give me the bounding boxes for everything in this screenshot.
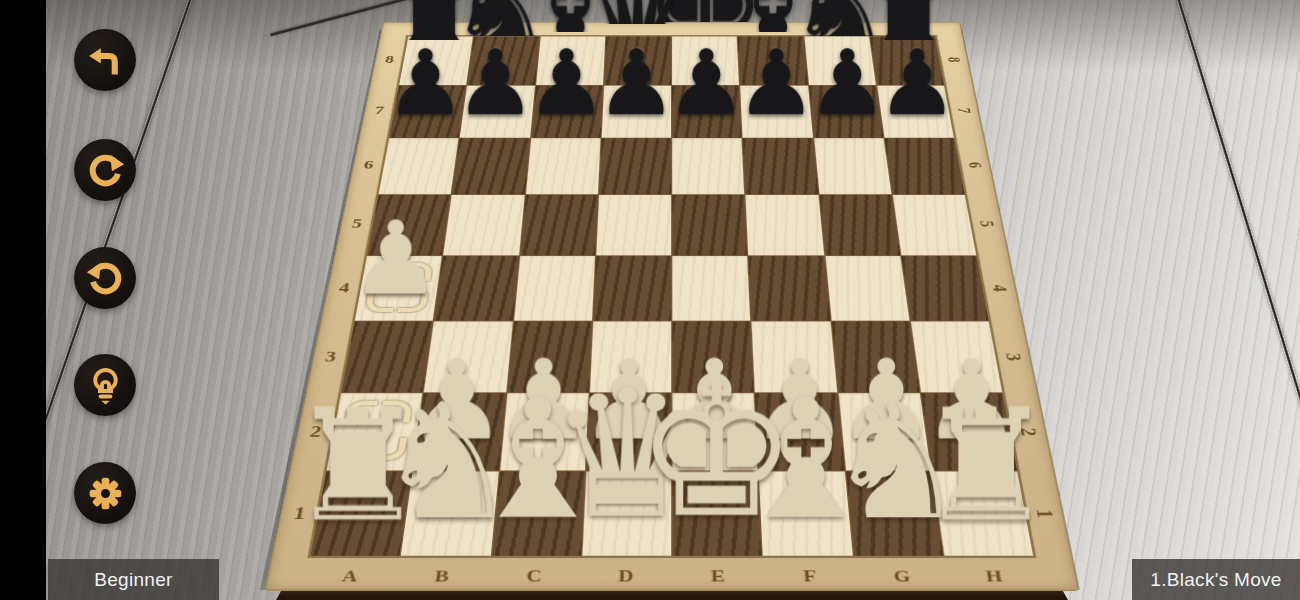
file-label: A [303, 567, 397, 586]
square-a1[interactable]: ♜ [311, 472, 412, 556]
square-b7[interactable]: ♟ [460, 86, 535, 138]
black-pawn[interactable]: ♟ [736, 41, 817, 127]
square-e7[interactable]: ♟ [672, 86, 742, 138]
settings-button[interactable] [74, 462, 136, 524]
square-g5[interactable] [819, 195, 900, 255]
square-b4[interactable] [434, 256, 518, 321]
rank-label-left: 6 [358, 158, 378, 172]
square-e1[interactable]: ♚ [672, 472, 761, 556]
black-pawn[interactable]: ♟ [877, 41, 958, 127]
rotate-clockwise-icon [85, 150, 126, 191]
rotate-counterclockwise-icon [85, 258, 126, 299]
white-king[interactable]: ♚ [635, 366, 798, 538]
square-a6[interactable] [379, 138, 459, 194]
square-d4[interactable] [593, 256, 671, 321]
rank-label-left: 3 [319, 348, 342, 366]
undo-button[interactable] [74, 29, 136, 91]
square-e4[interactable] [672, 256, 750, 321]
square-c6[interactable] [525, 138, 600, 194]
square-c4[interactable] [514, 256, 595, 321]
square-b6[interactable] [452, 138, 530, 194]
move-indicator-label: 1.Black's Move [1150, 569, 1281, 590]
square-e6[interactable] [672, 138, 744, 194]
square-f4[interactable] [749, 256, 830, 321]
file-label: H [947, 567, 1041, 586]
move-indicator-badge: 1.Black's Move [1132, 559, 1300, 600]
lightbulb-hint-icon [85, 365, 126, 406]
square-h1[interactable]: ♜ [932, 472, 1033, 556]
square-f7[interactable]: ♟ [740, 86, 812, 138]
square-f5[interactable] [746, 195, 824, 255]
square-e5[interactable] [672, 195, 747, 255]
square-h5[interactable] [892, 195, 976, 255]
square-a4[interactable]: ♟ [355, 256, 442, 321]
square-d6[interactable] [599, 138, 671, 194]
file-label: C [487, 567, 579, 586]
board-scene: ♜♞♝♛♚♝♞♜♟♟♟♟♟♟♟♟♟♟♟♟♟♟♟♟♜♞♝♛♚♝♞♜ 8877665… [383, 22, 958, 600]
black-pawn[interactable]: ♟ [807, 41, 888, 127]
black-pawn[interactable]: ♟ [596, 41, 677, 127]
file-label: G [855, 567, 948, 586]
file-label: E [672, 567, 764, 586]
white-rook[interactable]: ♜ [289, 392, 427, 538]
file-label: B [395, 567, 488, 586]
square-c5[interactable] [520, 195, 598, 255]
black-pawn[interactable]: ♟ [456, 41, 537, 127]
square-c7[interactable]: ♟ [531, 86, 603, 138]
square-f6[interactable] [743, 138, 818, 194]
hint-button[interactable] [74, 354, 136, 416]
square-h4[interactable] [901, 256, 988, 321]
square-b5[interactable] [443, 195, 524, 255]
letterbox-strip [0, 0, 46, 600]
square-g4[interactable] [825, 256, 909, 321]
black-pawn[interactable]: ♟ [526, 41, 607, 127]
rotate-clockwise-button[interactable] [74, 139, 136, 201]
square-h6[interactable] [884, 138, 964, 194]
file-label: D [580, 567, 672, 586]
rotate-counterclockwise-button[interactable] [74, 247, 136, 309]
white-pawn[interactable]: ♟ [351, 211, 442, 307]
square-d5[interactable] [596, 195, 671, 255]
square-h7[interactable]: ♟ [877, 86, 954, 138]
square-d7[interactable]: ♟ [601, 86, 671, 138]
undo-arrow-icon [85, 40, 126, 81]
gear-icon [85, 473, 126, 514]
file-label: F [764, 567, 857, 586]
rank-label-right: 5 [974, 218, 999, 230]
square-g7[interactable]: ♟ [809, 86, 884, 138]
square-g6[interactable] [814, 138, 892, 194]
rank-label-right: 4 [986, 281, 1012, 294]
toolbar [74, 0, 136, 600]
board-squares: ♜♞♝♛♚♝♞♜♟♟♟♟♟♟♟♟♟♟♟♟♟♟♟♟♜♞♝♛♚♝♞♜ [307, 35, 1036, 558]
rank-label-right: 6 [962, 160, 986, 171]
board: ♜♞♝♛♚♝♞♜♟♟♟♟♟♟♟♟♟♟♟♟♟♟♟♟♜♞♝♛♚♝♞♜ 8877665… [264, 22, 1079, 591]
white-rook[interactable]: ♜ [917, 392, 1055, 538]
